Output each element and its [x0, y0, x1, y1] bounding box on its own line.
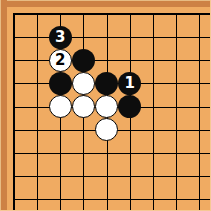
black-stone [72, 49, 95, 72]
white-stone [49, 95, 72, 118]
intersection [26, 95, 49, 118]
intersection [118, 95, 141, 118]
intersection [141, 26, 164, 49]
intersection [188, 72, 211, 95]
intersection [164, 164, 187, 187]
intersection [188, 49, 211, 72]
intersection [118, 49, 141, 72]
intersection [95, 188, 118, 211]
black-stone: 3 [49, 26, 72, 49]
intersection: 3 [49, 26, 72, 49]
intersection [118, 26, 141, 49]
intersection [26, 2, 49, 25]
intersection [2, 26, 25, 49]
white-stone [72, 95, 95, 118]
intersection [95, 141, 118, 164]
intersection [26, 49, 49, 72]
intersection [95, 49, 118, 72]
move-number: 3 [55, 29, 65, 44]
intersection [141, 49, 164, 72]
intersection [164, 2, 187, 25]
intersection [72, 95, 95, 118]
intersection [26, 26, 49, 49]
intersection [95, 118, 118, 141]
intersection [2, 118, 25, 141]
image-edge-highlight-bottom [0, 210, 211, 211]
intersection [49, 118, 72, 141]
intersection [188, 2, 211, 25]
intersection [141, 2, 164, 25]
intersection [2, 141, 25, 164]
go-board-diagram: 321 [0, 0, 211, 211]
intersection [141, 188, 164, 211]
image-edge-highlight-right [210, 0, 211, 211]
intersection [118, 188, 141, 211]
intersection [72, 72, 95, 95]
intersection [95, 72, 118, 95]
intersection [2, 2, 25, 25]
move-number: 1 [124, 75, 134, 90]
intersection [164, 141, 187, 164]
intersection [118, 2, 141, 25]
intersection [118, 118, 141, 141]
intersection [141, 72, 164, 95]
intersection [95, 2, 118, 25]
intersection [26, 188, 49, 211]
intersection [72, 141, 95, 164]
white-stone [72, 72, 95, 95]
intersection [49, 188, 72, 211]
intersection [141, 164, 164, 187]
intersection [26, 164, 49, 187]
intersection [49, 72, 72, 95]
intersection [188, 164, 211, 187]
intersection [2, 49, 25, 72]
intersection [188, 95, 211, 118]
intersection [118, 164, 141, 187]
black-stone [118, 95, 141, 118]
intersection [95, 26, 118, 49]
intersection [164, 118, 187, 141]
intersection [95, 164, 118, 187]
intersection [164, 72, 187, 95]
intersection [164, 26, 187, 49]
intersection [164, 188, 187, 211]
white-stone [95, 95, 118, 118]
black-stone: 1 [118, 72, 141, 95]
intersection [95, 95, 118, 118]
intersection: 2 [49, 49, 72, 72]
intersection [2, 188, 25, 211]
intersection: 1 [118, 72, 141, 95]
intersection [72, 26, 95, 49]
intersection [72, 118, 95, 141]
goban-grid: 321 [2, 2, 210, 210]
black-stone [95, 72, 118, 95]
intersection [141, 118, 164, 141]
intersection [141, 141, 164, 164]
intersection [188, 118, 211, 141]
white-stone: 2 [49, 49, 72, 72]
intersection [118, 141, 141, 164]
intersection [164, 49, 187, 72]
intersection [26, 72, 49, 95]
intersection [49, 2, 72, 25]
intersection [2, 164, 25, 187]
move-number: 2 [55, 52, 65, 67]
intersection [26, 141, 49, 164]
intersection [188, 26, 211, 49]
intersection [188, 141, 211, 164]
intersection [72, 49, 95, 72]
intersection [26, 118, 49, 141]
intersection [2, 72, 25, 95]
intersection [49, 95, 72, 118]
white-stone [95, 118, 118, 141]
intersection [72, 164, 95, 187]
black-stone [49, 72, 72, 95]
intersection [72, 2, 95, 25]
intersection [2, 95, 25, 118]
intersection [164, 95, 187, 118]
intersection [49, 164, 72, 187]
intersection [72, 188, 95, 211]
intersection [49, 141, 72, 164]
intersection [188, 188, 211, 211]
intersection [141, 95, 164, 118]
